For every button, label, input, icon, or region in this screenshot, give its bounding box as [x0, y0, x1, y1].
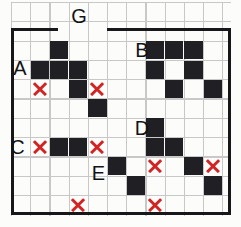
- black-cell[interactable]: [204, 80, 222, 98]
- x-marked-cell[interactable]: [69, 196, 87, 214]
- black-cell[interactable]: [69, 61, 87, 79]
- grid-line-segment: [88, 27, 89, 34]
- black-cell[interactable]: [146, 138, 164, 156]
- black-cell[interactable]: [204, 176, 222, 194]
- black-cell[interactable]: [184, 157, 202, 175]
- x-marked-cell[interactable]: [31, 138, 49, 156]
- black-cell[interactable]: [184, 61, 202, 79]
- gate-opening: [58, 27, 107, 34]
- black-cell[interactable]: [146, 61, 164, 79]
- x-marked-cell[interactable]: [88, 80, 106, 98]
- black-cell[interactable]: [50, 41, 68, 59]
- x-marked-cell[interactable]: [146, 157, 164, 175]
- label-E: E: [92, 163, 105, 183]
- black-cell[interactable]: [184, 41, 202, 59]
- x-marked-cell[interactable]: [146, 196, 164, 214]
- black-cell[interactable]: [127, 176, 145, 194]
- label-C: C: [10, 137, 24, 157]
- grid-line-segment: [69, 27, 70, 34]
- label-D: D: [135, 118, 149, 138]
- x-marked-cell[interactable]: [31, 80, 49, 98]
- puzzle-board: GABCDE: [0, 0, 241, 227]
- black-cell[interactable]: [50, 138, 68, 156]
- black-cell[interactable]: [88, 99, 106, 117]
- black-cell[interactable]: [146, 41, 164, 59]
- label-A: A: [13, 58, 26, 78]
- black-cell[interactable]: [69, 138, 87, 156]
- black-cell[interactable]: [50, 61, 68, 79]
- black-cell[interactable]: [165, 80, 183, 98]
- black-cell[interactable]: [165, 138, 183, 156]
- label-B: B: [135, 40, 148, 60]
- label-G: G: [71, 6, 87, 26]
- x-marked-cell[interactable]: [88, 138, 106, 156]
- black-cell[interactable]: [165, 41, 183, 59]
- x-marked-cell[interactable]: [204, 157, 222, 175]
- black-cell[interactable]: [31, 61, 49, 79]
- black-cell[interactable]: [108, 157, 126, 175]
- black-cell[interactable]: [69, 80, 87, 98]
